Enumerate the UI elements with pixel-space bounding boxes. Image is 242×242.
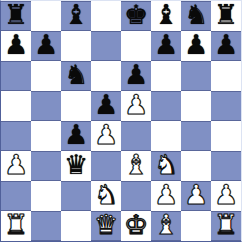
square-c8[interactable]: ♝ (61, 1, 91, 31)
square-d8[interactable] (91, 1, 121, 31)
square-b8[interactable] (31, 1, 61, 31)
square-g5[interactable] (181, 91, 211, 121)
piece-black-pawn[interactable]: ♟ (184, 30, 208, 60)
square-d2[interactable]: ♞ (91, 181, 121, 211)
piece-white-queen[interactable]: ♛ (94, 210, 118, 240)
square-a2[interactable] (1, 181, 31, 211)
piece-white-pawn[interactable]: ♟ (4, 150, 28, 180)
piece-white-pawn[interactable]: ♟ (124, 90, 148, 120)
piece-white-pawn[interactable]: ♟ (214, 180, 238, 210)
piece-white-bishop[interactable]: ♝ (154, 210, 178, 240)
square-b4[interactable] (31, 121, 61, 151)
square-a3[interactable]: ♟ (1, 151, 31, 181)
square-e1[interactable]: ♚ (121, 211, 151, 241)
square-g4[interactable] (181, 121, 211, 151)
square-g1[interactable] (181, 211, 211, 241)
square-g2[interactable]: ♟ (181, 181, 211, 211)
square-a7[interactable]: ♟ (1, 31, 31, 61)
square-h4[interactable] (211, 121, 241, 151)
piece-black-pawn[interactable]: ♟ (154, 30, 178, 60)
piece-black-knight[interactable]: ♞ (184, 0, 208, 30)
piece-black-pawn[interactable]: ♟ (124, 60, 148, 90)
square-h2[interactable]: ♟ (211, 181, 241, 211)
piece-white-rook[interactable]: ♜ (214, 210, 238, 240)
square-c4[interactable]: ♟ (61, 121, 91, 151)
square-g3[interactable] (181, 151, 211, 181)
square-f3[interactable]: ♞ (151, 151, 181, 181)
square-e4[interactable] (121, 121, 151, 151)
piece-black-pawn[interactable]: ♟ (34, 30, 58, 60)
square-e3[interactable]: ♝ (121, 151, 151, 181)
square-a6[interactable] (1, 61, 31, 91)
piece-white-pawn[interactable]: ♟ (154, 180, 178, 210)
square-d5[interactable]: ♟ (91, 91, 121, 121)
square-c2[interactable] (61, 181, 91, 211)
piece-black-bishop[interactable]: ♝ (154, 0, 178, 30)
piece-white-bishop[interactable]: ♝ (124, 150, 148, 180)
piece-black-pawn[interactable]: ♟ (94, 90, 118, 120)
piece-white-pawn[interactable]: ♟ (184, 180, 208, 210)
square-d1[interactable]: ♛ (91, 211, 121, 241)
square-b2[interactable] (31, 181, 61, 211)
square-a1[interactable]: ♜ (1, 211, 31, 241)
square-f2[interactable]: ♟ (151, 181, 181, 211)
square-b3[interactable] (31, 151, 61, 181)
square-g6[interactable] (181, 61, 211, 91)
square-h3[interactable] (211, 151, 241, 181)
square-c1[interactable] (61, 211, 91, 241)
piece-black-king[interactable]: ♚ (124, 0, 148, 30)
square-b5[interactable] (31, 91, 61, 121)
piece-white-rook[interactable]: ♜ (4, 210, 28, 240)
square-c3[interactable]: ♛ (61, 151, 91, 181)
piece-black-rook[interactable]: ♜ (214, 0, 238, 30)
piece-black-rook[interactable]: ♜ (4, 0, 28, 30)
square-f1[interactable]: ♝ (151, 211, 181, 241)
piece-black-queen[interactable]: ♛ (64, 150, 88, 180)
square-d3[interactable] (91, 151, 121, 181)
square-f6[interactable] (151, 61, 181, 91)
square-f4[interactable] (151, 121, 181, 151)
square-a5[interactable] (1, 91, 31, 121)
square-b6[interactable] (31, 61, 61, 91)
chess-board: ♜♝♚♝♞♜♟♟♟♟♟♞♟♟♟♟♟♟♛♝♞♞♟♟♟♜♛♚♝♜ (0, 0, 242, 242)
square-e7[interactable] (121, 31, 151, 61)
square-h5[interactable] (211, 91, 241, 121)
square-f8[interactable]: ♝ (151, 1, 181, 31)
square-d4[interactable]: ♟ (91, 121, 121, 151)
square-e2[interactable] (121, 181, 151, 211)
square-d6[interactable] (91, 61, 121, 91)
square-b1[interactable] (31, 211, 61, 241)
square-g8[interactable]: ♞ (181, 1, 211, 31)
square-h8[interactable]: ♜ (211, 1, 241, 31)
square-c7[interactable] (61, 31, 91, 61)
square-d7[interactable] (91, 31, 121, 61)
square-b7[interactable]: ♟ (31, 31, 61, 61)
square-g7[interactable]: ♟ (181, 31, 211, 61)
square-e6[interactable]: ♟ (121, 61, 151, 91)
piece-black-bishop[interactable]: ♝ (64, 0, 88, 30)
square-e8[interactable]: ♚ (121, 1, 151, 31)
piece-black-pawn[interactable]: ♟ (214, 30, 238, 60)
square-c5[interactable] (61, 91, 91, 121)
piece-black-pawn[interactable]: ♟ (64, 120, 88, 150)
piece-white-knight[interactable]: ♞ (154, 150, 178, 180)
square-a8[interactable]: ♜ (1, 1, 31, 31)
square-f5[interactable] (151, 91, 181, 121)
square-h7[interactable]: ♟ (211, 31, 241, 61)
square-a4[interactable] (1, 121, 31, 151)
chess-app-window: ♜♝♚♝♞♜♟♟♟♟♟♞♟♟♟♟♟♟♛♝♞♞♟♟♟♜♛♚♝♜ (0, 0, 242, 242)
piece-white-pawn[interactable]: ♟ (94, 120, 118, 150)
piece-black-knight[interactable]: ♞ (64, 60, 88, 90)
piece-white-king[interactable]: ♚ (124, 210, 148, 240)
square-h1[interactable]: ♜ (211, 211, 241, 241)
square-f7[interactable]: ♟ (151, 31, 181, 61)
square-e5[interactable]: ♟ (121, 91, 151, 121)
square-h6[interactable] (211, 61, 241, 91)
square-c6[interactable]: ♞ (61, 61, 91, 91)
piece-white-knight[interactable]: ♞ (94, 180, 118, 210)
piece-black-pawn[interactable]: ♟ (4, 30, 28, 60)
